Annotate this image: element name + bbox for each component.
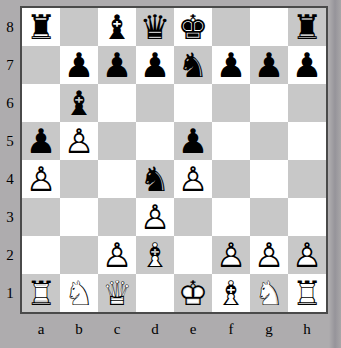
black-piece-glyph: ♟ <box>212 46 250 84</box>
square-e4[interactable]: ♟♙ <box>174 160 212 198</box>
square-c3[interactable] <box>98 198 136 236</box>
square-h2[interactable]: ♟♙ <box>288 236 326 274</box>
square-g5[interactable] <box>250 122 288 160</box>
square-d3[interactable]: ♟♙ <box>136 198 174 236</box>
square-a1[interactable]: ♜♖ <box>22 274 60 312</box>
square-g2[interactable]: ♟♙ <box>250 236 288 274</box>
piece-black-pawn: ♟ <box>212 46 250 84</box>
piece-white-queen: ♛♕ <box>98 274 136 312</box>
square-f1[interactable]: ♝♗ <box>212 274 250 312</box>
square-f5[interactable] <box>212 122 250 160</box>
chess-board: ♜♝♛♚♜♟♟♟♞♟♟♟♝♟♟♙♟♟♙♞♟♙♟♙♟♙♝♗♟♙♟♙♟♙♜♖♞♘♛♕… <box>20 6 328 314</box>
file-labels: abcdefgh <box>22 316 326 342</box>
square-f2[interactable]: ♟♙ <box>212 236 250 274</box>
piece-white-pawn: ♟♙ <box>22 160 60 198</box>
black-piece-glyph: ♜ <box>288 8 326 46</box>
white-piece-outline: ♕ <box>98 274 136 312</box>
square-e6[interactable] <box>174 84 212 122</box>
rank-label-1: 1 <box>0 274 20 312</box>
file-label-c: c <box>98 316 136 342</box>
piece-white-pawn: ♟♙ <box>98 236 136 274</box>
white-piece-outline: ♗ <box>136 236 174 274</box>
piece-white-king: ♚♔ <box>174 274 212 312</box>
square-f7[interactable]: ♟ <box>212 46 250 84</box>
black-piece-glyph: ♞ <box>136 160 174 198</box>
white-piece-outline: ♙ <box>22 160 60 198</box>
square-e1[interactable]: ♚♔ <box>174 274 212 312</box>
file-label-e: e <box>174 316 212 342</box>
white-piece-outline: ♖ <box>288 274 326 312</box>
file-label-b: b <box>60 316 98 342</box>
square-g3[interactable] <box>250 198 288 236</box>
square-d7[interactable]: ♟ <box>136 46 174 84</box>
piece-white-knight: ♞♘ <box>250 274 288 312</box>
black-piece-glyph: ♟ <box>22 122 60 160</box>
black-piece-glyph: ♜ <box>22 8 60 46</box>
piece-black-rook: ♜ <box>288 8 326 46</box>
piece-black-pawn: ♟ <box>288 46 326 84</box>
square-a3[interactable] <box>22 198 60 236</box>
file-label-g: g <box>250 316 288 342</box>
square-h4[interactable] <box>288 160 326 198</box>
piece-white-pawn: ♟♙ <box>250 236 288 274</box>
black-piece-glyph: ♝ <box>60 84 98 122</box>
square-d2[interactable]: ♝♗ <box>136 236 174 274</box>
piece-white-pawn: ♟♙ <box>60 122 98 160</box>
rank-label-7: 7 <box>0 46 20 84</box>
square-b8[interactable] <box>60 8 98 46</box>
rank-label-8: 8 <box>0 8 20 46</box>
white-piece-outline: ♙ <box>212 236 250 274</box>
square-b6[interactable]: ♝ <box>60 84 98 122</box>
square-b1[interactable]: ♞♘ <box>60 274 98 312</box>
square-h3[interactable] <box>288 198 326 236</box>
piece-black-pawn: ♟ <box>98 46 136 84</box>
square-b2[interactable] <box>60 236 98 274</box>
rank-label-3: 3 <box>0 198 20 236</box>
square-a5[interactable]: ♟ <box>22 122 60 160</box>
file-label-a: a <box>22 316 60 342</box>
rank-label-6: 6 <box>0 84 20 122</box>
white-piece-outline: ♙ <box>136 198 174 236</box>
piece-white-pawn: ♟♙ <box>174 160 212 198</box>
black-piece-glyph: ♟ <box>250 46 288 84</box>
piece-black-pawn: ♟ <box>136 46 174 84</box>
piece-white-bishop: ♝♗ <box>212 274 250 312</box>
white-piece-outline: ♙ <box>60 122 98 160</box>
square-d1[interactable] <box>136 274 174 312</box>
square-a6[interactable] <box>22 84 60 122</box>
white-piece-outline: ♗ <box>212 274 250 312</box>
white-piece-outline: ♘ <box>250 274 288 312</box>
square-h1[interactable]: ♜♖ <box>288 274 326 312</box>
square-e2[interactable] <box>174 236 212 274</box>
black-piece-glyph: ♛ <box>136 8 174 46</box>
chess-app-window: 87654321 ♜♝♛♚♜♟♟♟♞♟♟♟♝♟♟♙♟♟♙♞♟♙♟♙♟♙♝♗♟♙♟… <box>0 0 341 348</box>
square-e3[interactable] <box>174 198 212 236</box>
piece-black-knight: ♞ <box>136 160 174 198</box>
square-b4[interactable] <box>60 160 98 198</box>
square-f6[interactable] <box>212 84 250 122</box>
file-label-d: d <box>136 316 174 342</box>
black-piece-glyph: ♟ <box>98 46 136 84</box>
black-piece-glyph: ♟ <box>60 46 98 84</box>
square-f3[interactable] <box>212 198 250 236</box>
piece-white-bishop: ♝♗ <box>136 236 174 274</box>
square-e8[interactable]: ♚ <box>174 8 212 46</box>
square-d4[interactable]: ♞ <box>136 160 174 198</box>
square-a4[interactable]: ♟♙ <box>22 160 60 198</box>
rank-label-2: 2 <box>0 236 20 274</box>
square-g4[interactable] <box>250 160 288 198</box>
piece-black-bishop: ♝ <box>98 8 136 46</box>
black-piece-glyph: ♝ <box>98 8 136 46</box>
piece-white-rook: ♜♖ <box>22 274 60 312</box>
piece-white-rook: ♜♖ <box>288 274 326 312</box>
piece-black-pawn: ♟ <box>174 122 212 160</box>
black-piece-glyph: ♟ <box>288 46 326 84</box>
square-h6[interactable] <box>288 84 326 122</box>
rank-labels: 87654321 <box>0 8 20 312</box>
piece-black-pawn: ♟ <box>250 46 288 84</box>
white-piece-outline: ♙ <box>174 160 212 198</box>
piece-black-pawn: ♟ <box>22 122 60 160</box>
black-piece-glyph: ♟ <box>174 122 212 160</box>
piece-white-pawn: ♟♙ <box>136 198 174 236</box>
piece-white-pawn: ♟♙ <box>288 236 326 274</box>
white-piece-outline: ♘ <box>60 274 98 312</box>
rank-label-4: 4 <box>0 160 20 198</box>
black-piece-glyph: ♞ <box>174 46 212 84</box>
square-d5[interactable] <box>136 122 174 160</box>
file-label-h: h <box>288 316 326 342</box>
square-g7[interactable]: ♟ <box>250 46 288 84</box>
square-c1[interactable]: ♛♕ <box>98 274 136 312</box>
piece-black-knight: ♞ <box>174 46 212 84</box>
piece-black-pawn: ♟ <box>60 46 98 84</box>
white-piece-outline: ♖ <box>22 274 60 312</box>
square-a8[interactable]: ♜ <box>22 8 60 46</box>
white-piece-outline: ♙ <box>250 236 288 274</box>
black-piece-glyph: ♟ <box>136 46 174 84</box>
square-b3[interactable] <box>60 198 98 236</box>
white-piece-outline: ♔ <box>174 274 212 312</box>
square-d6[interactable] <box>136 84 174 122</box>
square-g8[interactable] <box>250 8 288 46</box>
file-label-f: f <box>212 316 250 342</box>
piece-white-pawn: ♟♙ <box>212 236 250 274</box>
square-e7[interactable]: ♞ <box>174 46 212 84</box>
piece-black-queen: ♛ <box>136 8 174 46</box>
white-piece-outline: ♙ <box>288 236 326 274</box>
square-a7[interactable] <box>22 46 60 84</box>
piece-black-bishop: ♝ <box>60 84 98 122</box>
black-piece-glyph: ♚ <box>174 8 212 46</box>
white-piece-outline: ♙ <box>98 236 136 274</box>
square-b7[interactable]: ♟ <box>60 46 98 84</box>
square-c8[interactable]: ♝ <box>98 8 136 46</box>
square-g1[interactable]: ♞♘ <box>250 274 288 312</box>
piece-white-knight: ♞♘ <box>60 274 98 312</box>
square-a2[interactable] <box>22 236 60 274</box>
square-g6[interactable] <box>250 84 288 122</box>
square-f4[interactable] <box>212 160 250 198</box>
piece-black-king: ♚ <box>174 8 212 46</box>
square-c5[interactable] <box>98 122 136 160</box>
square-b5[interactable]: ♟♙ <box>60 122 98 160</box>
square-d8[interactable]: ♛ <box>136 8 174 46</box>
square-c7[interactable]: ♟ <box>98 46 136 84</box>
square-e5[interactable]: ♟ <box>174 122 212 160</box>
square-f8[interactable] <box>212 8 250 46</box>
square-c2[interactable]: ♟♙ <box>98 236 136 274</box>
square-h7[interactable]: ♟ <box>288 46 326 84</box>
square-c6[interactable] <box>98 84 136 122</box>
square-h5[interactable] <box>288 122 326 160</box>
square-c4[interactable] <box>98 160 136 198</box>
piece-black-rook: ♜ <box>22 8 60 46</box>
rank-label-5: 5 <box>0 122 20 160</box>
square-h8[interactable]: ♜ <box>288 8 326 46</box>
